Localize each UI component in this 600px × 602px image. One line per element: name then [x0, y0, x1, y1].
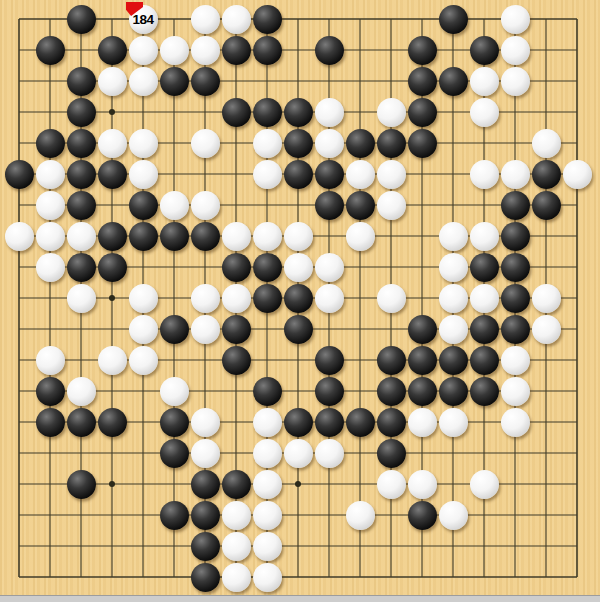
stone-black [439, 377, 468, 406]
stone-black [191, 470, 220, 499]
stone-white [470, 98, 499, 127]
stone-white [191, 5, 220, 34]
stone-black [36, 408, 65, 437]
stone-black [408, 67, 437, 96]
stone-black [160, 439, 189, 468]
stone-black [253, 5, 282, 34]
stone-black [160, 408, 189, 437]
stone-black [253, 36, 282, 65]
stone-white [501, 67, 530, 96]
stone-white [253, 563, 282, 592]
stone-black [532, 191, 561, 220]
stone-white [439, 222, 468, 251]
stone-black [253, 253, 282, 282]
stone-white [563, 160, 592, 189]
stone-black [253, 284, 282, 313]
stone-white [253, 222, 282, 251]
stone-white [346, 222, 375, 251]
stone-black [377, 346, 406, 375]
go-board[interactable]: 184 [0, 0, 600, 602]
stone-white [36, 346, 65, 375]
stone-black [129, 191, 158, 220]
stone-black [470, 377, 499, 406]
stone-white [160, 191, 189, 220]
stone-white [191, 129, 220, 158]
stone-black [408, 98, 437, 127]
stone-white [129, 315, 158, 344]
stone-white [377, 470, 406, 499]
stone-black [439, 346, 468, 375]
stone-black [501, 315, 530, 344]
stone-black [315, 346, 344, 375]
stone-black [315, 377, 344, 406]
stone-white [532, 315, 561, 344]
stone-black [408, 346, 437, 375]
stone-black [67, 98, 96, 127]
stone-black [191, 222, 220, 251]
stone-white [346, 501, 375, 530]
stone-black [222, 470, 251, 499]
stone-white [253, 160, 282, 189]
stone-black [439, 67, 468, 96]
stone-white [191, 439, 220, 468]
stone-black [284, 284, 313, 313]
stone-white [253, 532, 282, 561]
stone-white [98, 129, 127, 158]
stone-black [377, 439, 406, 468]
stone-black [98, 253, 127, 282]
stone-black [284, 160, 313, 189]
stone-black [129, 222, 158, 251]
stone-white [67, 284, 96, 313]
stone-white [315, 253, 344, 282]
stone-black [346, 408, 375, 437]
stone-white [222, 501, 251, 530]
stone-white [501, 5, 530, 34]
stone-black [315, 160, 344, 189]
stone-black [408, 315, 437, 344]
stone-white [315, 98, 344, 127]
stone-white [439, 501, 468, 530]
stone-white [284, 439, 313, 468]
stone-white [377, 284, 406, 313]
stone-white [501, 377, 530, 406]
stone-white [129, 129, 158, 158]
stone-black [98, 222, 127, 251]
stone-black [439, 5, 468, 34]
stone-black [160, 315, 189, 344]
stone-black [67, 470, 96, 499]
stone-black [222, 36, 251, 65]
stone-white [439, 284, 468, 313]
stone-white [501, 408, 530, 437]
star-point [109, 295, 115, 301]
stone-white [408, 408, 437, 437]
stone-black [377, 377, 406, 406]
stone-white [67, 377, 96, 406]
stone-white [284, 222, 313, 251]
stone-black [532, 160, 561, 189]
stone-white [191, 284, 220, 313]
stone-black [160, 501, 189, 530]
stone-black [36, 129, 65, 158]
stone-black [284, 315, 313, 344]
stone-black [222, 98, 251, 127]
stone-white [501, 346, 530, 375]
stone-white [253, 439, 282, 468]
stone-white [191, 408, 220, 437]
stone-black [222, 346, 251, 375]
star-point [109, 481, 115, 487]
stone-white [284, 253, 313, 282]
stone-white [67, 222, 96, 251]
stone-white [129, 160, 158, 189]
stone-white [36, 191, 65, 220]
stone-black [253, 377, 282, 406]
star-point [295, 481, 301, 487]
stone-black [408, 377, 437, 406]
stone-black [67, 5, 96, 34]
stone-white [191, 36, 220, 65]
stone-white [98, 67, 127, 96]
stone-black [315, 191, 344, 220]
stone-black [67, 160, 96, 189]
stone-black [160, 67, 189, 96]
stone-black [191, 501, 220, 530]
stone-black [67, 67, 96, 96]
stone-black [315, 408, 344, 437]
stone-black [67, 129, 96, 158]
stone-black [284, 98, 313, 127]
stone-white [315, 284, 344, 313]
stone-white [346, 160, 375, 189]
stone-white [222, 284, 251, 313]
stone-white [98, 346, 127, 375]
stone-black [98, 160, 127, 189]
stone-black [191, 67, 220, 96]
stone-white [253, 129, 282, 158]
stone-black [67, 253, 96, 282]
stone-white [439, 315, 468, 344]
stone-black [253, 98, 282, 127]
stone-black [501, 284, 530, 313]
stone-white [315, 439, 344, 468]
stone-black [470, 346, 499, 375]
stone-white [191, 315, 220, 344]
stone-white [253, 501, 282, 530]
stone-black [470, 315, 499, 344]
stone-black [501, 253, 530, 282]
stone-black [346, 129, 375, 158]
stone-black [377, 129, 406, 158]
stone-black [501, 222, 530, 251]
stone-white [222, 563, 251, 592]
stone-black [284, 408, 313, 437]
stone-black [222, 253, 251, 282]
stone-white [36, 160, 65, 189]
stone-white [129, 67, 158, 96]
stone-white [129, 346, 158, 375]
stone-white [36, 253, 65, 282]
stone-white [191, 191, 220, 220]
stone-white [470, 160, 499, 189]
stone-white [5, 222, 34, 251]
stone-black [501, 191, 530, 220]
stone-white [377, 160, 406, 189]
bottom-edge-strip [0, 595, 600, 602]
stone-black [36, 377, 65, 406]
stone-white [253, 470, 282, 499]
stone-black [36, 36, 65, 65]
stone-white [470, 67, 499, 96]
stone-black [284, 129, 313, 158]
stone-black [191, 532, 220, 561]
stone-white [501, 36, 530, 65]
stone-white [315, 129, 344, 158]
stone-white [470, 222, 499, 251]
stone-white [408, 470, 437, 499]
stone-white [532, 129, 561, 158]
stone-black [98, 36, 127, 65]
stone-black [470, 253, 499, 282]
stone-white [439, 408, 468, 437]
stone-white [377, 98, 406, 127]
stone-black [67, 408, 96, 437]
stone-black [98, 408, 127, 437]
stone-black [67, 191, 96, 220]
stone-white [160, 377, 189, 406]
stone-black [222, 315, 251, 344]
stone-black [470, 36, 499, 65]
stone-black [408, 36, 437, 65]
stone-black [191, 563, 220, 592]
stone-white [377, 191, 406, 220]
stone-white [222, 222, 251, 251]
stone-white [222, 532, 251, 561]
stone-black [160, 222, 189, 251]
stone-black [377, 408, 406, 437]
stone-white [253, 408, 282, 437]
stone-white [160, 36, 189, 65]
stone-black [408, 501, 437, 530]
stone-white [470, 470, 499, 499]
stone-white [36, 222, 65, 251]
stone-black [408, 129, 437, 158]
stone-white [129, 284, 158, 313]
stone-white [129, 36, 158, 65]
stone-black [315, 36, 344, 65]
stone-black [5, 160, 34, 189]
stone-black [346, 191, 375, 220]
stone-white [439, 253, 468, 282]
star-point [109, 109, 115, 115]
stone-white [532, 284, 561, 313]
stone-white [222, 5, 251, 34]
stone-white [501, 160, 530, 189]
stone-white [470, 284, 499, 313]
